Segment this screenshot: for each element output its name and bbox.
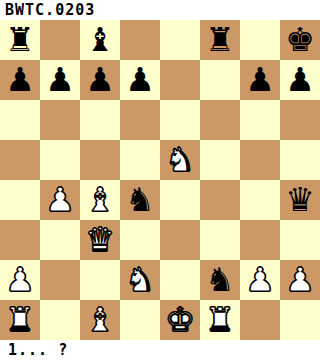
- square-c6[interactable]: [80, 100, 120, 140]
- square-d2[interactable]: ♞: [120, 260, 160, 300]
- square-a4[interactable]: [0, 180, 40, 220]
- square-g1[interactable]: [240, 300, 280, 340]
- square-g7[interactable]: ♟: [240, 60, 280, 100]
- square-a7[interactable]: ♟: [0, 60, 40, 100]
- square-c3[interactable]: ♛: [80, 220, 120, 260]
- white-pawn-icon: ♟: [285, 260, 315, 300]
- square-b8[interactable]: [40, 20, 80, 60]
- square-b3[interactable]: [40, 220, 80, 260]
- square-g6[interactable]: [240, 100, 280, 140]
- square-f4[interactable]: [200, 180, 240, 220]
- square-d5[interactable]: [120, 140, 160, 180]
- square-b7[interactable]: ♟: [40, 60, 80, 100]
- white-bishop-icon: ♝: [85, 180, 115, 220]
- white-king-icon: ♚: [165, 300, 195, 340]
- white-pawn-icon: ♟: [5, 260, 35, 300]
- square-h7[interactable]: ♟: [280, 60, 320, 100]
- diagram-title: BWTC.0203: [0, 0, 320, 20]
- square-e8[interactable]: [160, 20, 200, 60]
- square-b1[interactable]: [40, 300, 80, 340]
- square-b2[interactable]: [40, 260, 80, 300]
- square-e7[interactable]: [160, 60, 200, 100]
- white-queen-icon: ♛: [85, 220, 115, 260]
- chess-board: ♜♝♜♚♟♟♟♟♟♟♞♟♝♞♛♛♟♞♞♟♟♜♝♚♜: [0, 20, 320, 340]
- square-g4[interactable]: [240, 180, 280, 220]
- black-rook-icon: ♜: [5, 20, 35, 60]
- square-e1[interactable]: ♚: [160, 300, 200, 340]
- white-pawn-icon: ♟: [45, 180, 75, 220]
- square-g2[interactable]: ♟: [240, 260, 280, 300]
- black-knight-icon: ♞: [125, 180, 155, 220]
- black-pawn-icon: ♟: [85, 60, 115, 100]
- square-g5[interactable]: [240, 140, 280, 180]
- square-e5[interactable]: ♞: [160, 140, 200, 180]
- square-a5[interactable]: [0, 140, 40, 180]
- white-pawn-icon: ♟: [245, 260, 275, 300]
- square-c5[interactable]: [80, 140, 120, 180]
- square-h8[interactable]: ♚: [280, 20, 320, 60]
- square-g3[interactable]: [240, 220, 280, 260]
- white-knight-icon: ♞: [125, 260, 155, 300]
- black-rook-icon: ♜: [205, 20, 235, 60]
- square-e6[interactable]: [160, 100, 200, 140]
- square-a3[interactable]: [0, 220, 40, 260]
- black-bishop-icon: ♝: [85, 20, 115, 60]
- square-c8[interactable]: ♝: [80, 20, 120, 60]
- white-bishop-icon: ♝: [85, 300, 115, 340]
- square-h3[interactable]: [280, 220, 320, 260]
- square-d6[interactable]: [120, 100, 160, 140]
- square-a6[interactable]: [0, 100, 40, 140]
- square-d4[interactable]: ♞: [120, 180, 160, 220]
- white-rook-icon: ♜: [5, 300, 35, 340]
- square-g8[interactable]: [240, 20, 280, 60]
- square-f5[interactable]: [200, 140, 240, 180]
- square-d7[interactable]: ♟: [120, 60, 160, 100]
- square-c2[interactable]: [80, 260, 120, 300]
- square-c7[interactable]: ♟: [80, 60, 120, 100]
- square-h6[interactable]: [280, 100, 320, 140]
- square-c1[interactable]: ♝: [80, 300, 120, 340]
- square-h1[interactable]: [280, 300, 320, 340]
- square-a1[interactable]: ♜: [0, 300, 40, 340]
- white-knight-icon: ♞: [165, 140, 195, 180]
- black-knight-icon: ♞: [205, 260, 235, 300]
- square-c4[interactable]: ♝: [80, 180, 120, 220]
- square-b6[interactable]: [40, 100, 80, 140]
- square-f7[interactable]: [200, 60, 240, 100]
- black-king-icon: ♚: [285, 20, 315, 60]
- black-pawn-icon: ♟: [45, 60, 75, 100]
- black-pawn-icon: ♟: [125, 60, 155, 100]
- square-f1[interactable]: ♜: [200, 300, 240, 340]
- square-h5[interactable]: [280, 140, 320, 180]
- square-a2[interactable]: ♟: [0, 260, 40, 300]
- square-f2[interactable]: ♞: [200, 260, 240, 300]
- square-b4[interactable]: ♟: [40, 180, 80, 220]
- square-f6[interactable]: [200, 100, 240, 140]
- move-prompt: 1... ?: [0, 340, 320, 360]
- black-queen-icon: ♛: [285, 180, 315, 220]
- square-d3[interactable]: [120, 220, 160, 260]
- square-d8[interactable]: [120, 20, 160, 60]
- square-h2[interactable]: ♟: [280, 260, 320, 300]
- square-h4[interactable]: ♛: [280, 180, 320, 220]
- square-d1[interactable]: [120, 300, 160, 340]
- square-f3[interactable]: [200, 220, 240, 260]
- white-rook-icon: ♜: [205, 300, 235, 340]
- square-f8[interactable]: ♜: [200, 20, 240, 60]
- square-b5[interactable]: [40, 140, 80, 180]
- square-a8[interactable]: ♜: [0, 20, 40, 60]
- black-pawn-icon: ♟: [245, 60, 275, 100]
- square-e2[interactable]: [160, 260, 200, 300]
- square-e4[interactable]: [160, 180, 200, 220]
- square-e3[interactable]: [160, 220, 200, 260]
- black-pawn-icon: ♟: [285, 60, 315, 100]
- black-pawn-icon: ♟: [5, 60, 35, 100]
